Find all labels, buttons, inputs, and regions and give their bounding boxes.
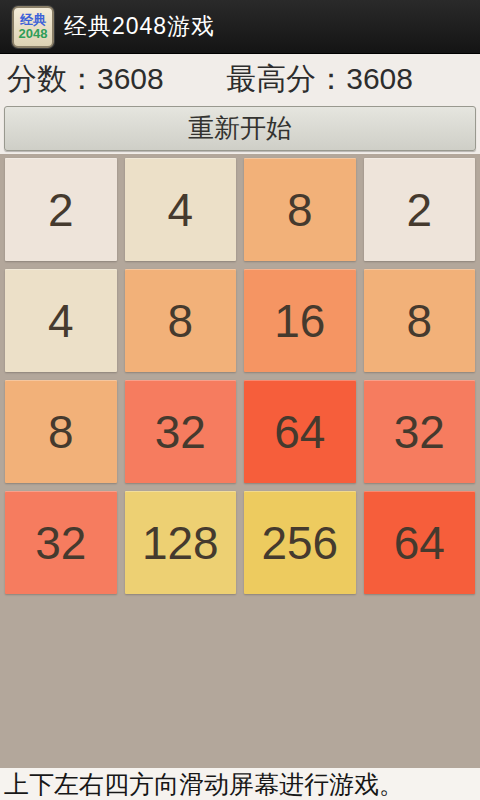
tile-32: 32 [364,380,476,483]
tile-2: 2 [364,158,476,261]
tile-32: 32 [125,380,237,483]
restart-button[interactable]: 重新开始 [4,106,476,151]
top-panel: 分数：3608 最高分：3608 重新开始 [0,54,480,154]
app-screen: 经典 2048 经典2048游戏 分数：3608 最高分：3608 重新开始 2… [0,0,480,800]
tile-8: 8 [125,269,237,372]
tile-64: 64 [364,491,476,594]
tile-64: 64 [244,380,356,483]
tile-256: 256 [244,491,356,594]
score-label: 分数 [7,62,67,95]
app-icon-text-top: 经典 [20,13,46,26]
tile-4: 4 [5,269,117,372]
best-score-label: 最高分 [226,62,316,95]
best-score-text: 最高分：3608 [226,59,413,100]
tile-4: 4 [125,158,237,261]
tile-8: 8 [5,380,117,483]
best-score-value: 3608 [346,62,413,95]
tile-32: 32 [5,491,117,594]
score-value: 3608 [97,62,164,95]
title-bar: 经典 2048 经典2048游戏 [0,0,480,54]
tile-128: 128 [125,491,237,594]
tile-2: 2 [5,158,117,261]
tile-8: 8 [244,158,356,261]
tile-16: 16 [244,269,356,372]
best-score-separator: ： [316,62,346,95]
tile-8: 8 [364,269,476,372]
app-icon-text-bottom: 2048 [19,27,48,40]
page-title: 经典2048游戏 [64,11,215,42]
score-text: 分数：3608 [7,59,164,100]
game-board[interactable]: 24824816883264323212825664 [0,154,480,768]
app-logo-icon: 经典 2048 [12,6,54,48]
score-separator: ： [67,62,97,95]
score-row: 分数：3608 最高分：3608 [0,54,480,104]
footer-bar: 上下左右四方向滑动屏幕进行游戏。 [0,768,480,800]
board-grid: 24824816883264323212825664 [5,158,475,594]
instructions-text: 上下左右四方向滑动屏幕进行游戏。 [4,768,404,800]
